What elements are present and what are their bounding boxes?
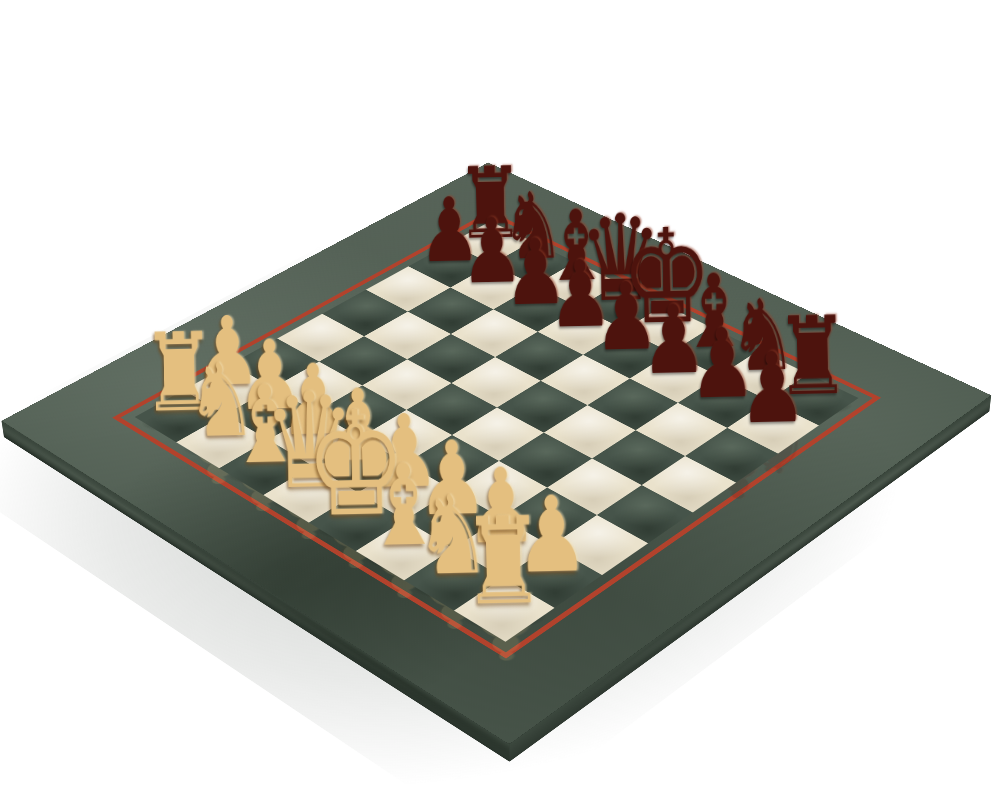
scene: ♜♜♞♞♝♝♛♛♚♚♝♝♞♞♜♜♟♟♟♟♟♟♟♟♟♟♟♟♟♟♟♟♟♟♟♟♟♟♟♟…: [0, 0, 1000, 800]
red-pawn-glyph: ♟: [737, 339, 807, 438]
white-rook-glyph: ♜: [460, 501, 546, 623]
